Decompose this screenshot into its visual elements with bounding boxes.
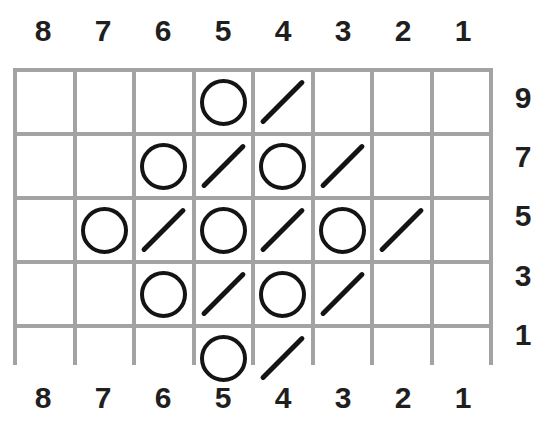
slash-symbol <box>379 207 425 253</box>
row-label: 1 <box>500 306 546 365</box>
chart-cell <box>196 200 252 260</box>
column-label: 6 <box>133 373 193 423</box>
chart-cell <box>196 136 252 196</box>
row-label: 3 <box>500 246 546 305</box>
slash-symbol <box>319 271 365 317</box>
knitting-chart: 87654321 97531 87654321 <box>0 0 552 426</box>
row-labels-right: 97531 <box>500 68 546 365</box>
chart-cell <box>315 72 371 132</box>
chart-cell <box>315 136 371 196</box>
slash-symbol <box>141 207 187 253</box>
chart-cell <box>136 264 192 324</box>
chart-cell <box>196 264 252 324</box>
chart-cell <box>315 264 371 324</box>
row-label: 9 <box>500 68 546 127</box>
slash-symbol <box>260 79 306 125</box>
chart-cell <box>434 136 490 196</box>
slash-symbol <box>319 143 365 189</box>
chart-cell <box>136 72 192 132</box>
column-labels-bottom: 87654321 <box>13 373 493 423</box>
circle-symbol <box>140 143 187 190</box>
chart-cell <box>255 72 311 132</box>
chart-cell <box>196 72 252 132</box>
slash-symbol <box>200 143 246 189</box>
circle-symbol <box>140 271 187 318</box>
chart-cell <box>374 136 430 196</box>
column-label: 2 <box>373 6 433 56</box>
column-label: 7 <box>73 373 133 423</box>
chart-cell <box>255 136 311 196</box>
circle-symbol <box>259 143 306 190</box>
chart-cell <box>434 200 490 260</box>
chart-cell <box>374 72 430 132</box>
chart-cell <box>255 264 311 324</box>
chart-cell <box>434 264 490 324</box>
chart-cell <box>77 136 133 196</box>
chart-cell <box>17 136 73 196</box>
column-label: 1 <box>433 6 493 56</box>
chart-cell <box>434 72 490 132</box>
chart-cell <box>17 200 73 260</box>
chart-cell <box>136 200 192 260</box>
row-label: 5 <box>500 187 546 246</box>
chart-grid <box>13 68 493 365</box>
slash-symbol <box>200 271 246 317</box>
column-label: 4 <box>253 6 313 56</box>
circle-symbol <box>319 207 366 254</box>
chart-cell <box>374 200 430 260</box>
circle-symbol <box>81 207 128 254</box>
column-label: 2 <box>373 373 433 423</box>
chart-cell <box>136 136 192 196</box>
circle-symbol <box>200 79 247 126</box>
column-label: 3 <box>313 373 373 423</box>
row-label: 7 <box>500 127 546 186</box>
column-labels-top: 87654321 <box>13 6 493 56</box>
column-label: 3 <box>313 6 373 56</box>
column-label: 6 <box>133 6 193 56</box>
column-label: 5 <box>193 373 253 423</box>
column-label: 7 <box>73 6 133 56</box>
chart-cell <box>17 264 73 324</box>
chart-cell <box>255 200 311 260</box>
circle-symbol <box>259 271 306 318</box>
slash-symbol <box>260 207 306 253</box>
column-label: 1 <box>433 373 493 423</box>
chart-cell <box>77 200 133 260</box>
column-label: 8 <box>13 373 73 423</box>
chart-cell <box>77 264 133 324</box>
chart-cell <box>315 200 371 260</box>
chart-cell <box>374 264 430 324</box>
column-label: 4 <box>253 373 313 423</box>
chart-cell <box>17 72 73 132</box>
chart-cell <box>77 72 133 132</box>
column-label: 5 <box>193 6 253 56</box>
column-label: 8 <box>13 6 73 56</box>
circle-symbol <box>200 207 247 254</box>
